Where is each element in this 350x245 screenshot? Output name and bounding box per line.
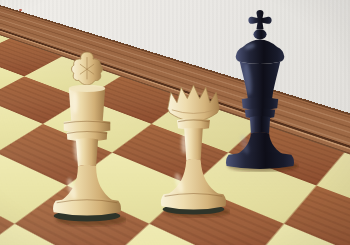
chess-photo-scene bbox=[0, 0, 350, 245]
white-queen-graphic bbox=[158, 82, 230, 218]
black-king-graphic bbox=[221, 8, 299, 172]
white-king-graphic bbox=[48, 49, 126, 227]
black-king-crown bbox=[236, 39, 285, 64]
black-king-cross-finial bbox=[248, 10, 271, 29]
black-king-piece[interactable] bbox=[221, 8, 299, 172]
white-king-piece[interactable] bbox=[48, 49, 126, 227]
white-queen-coronet bbox=[168, 85, 220, 120]
black-king-stem bbox=[250, 116, 270, 133]
black-king-base bbox=[226, 152, 294, 169]
white-queen-piece[interactable] bbox=[158, 82, 230, 218]
